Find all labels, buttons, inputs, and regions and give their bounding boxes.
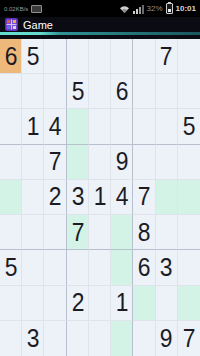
cell-r6c8[interactable] [156,215,178,250]
cell-r1c9[interactable] [178,39,200,74]
cell-r8c4[interactable]: 2 [67,286,89,321]
cell-digit: 6 [116,76,128,107]
cell-r2c9[interactable] [178,74,200,109]
screen-icon [31,5,42,13]
cell-r8c2[interactable] [22,286,44,321]
cell-r9c9[interactable]: 7 [178,321,200,356]
cell-r9c7[interactable] [133,321,155,356]
cell-r5c4[interactable]: 3 [67,180,89,215]
cell-r7c1[interactable]: 5 [0,250,22,285]
page-title: Game [23,19,53,31]
cell-r7c6[interactable] [111,250,133,285]
cell-digit: 7 [160,41,172,72]
cell-digit: 7 [71,217,83,248]
signal-icon [133,4,144,14]
cell-r2c7[interactable] [133,74,155,109]
cell-digit: 3 [27,323,39,354]
cell-r9c8[interactable]: 9 [156,321,178,356]
clock-label: 10:01 [176,4,196,13]
cell-digit: 9 [116,146,128,177]
cell-digit: 5 [183,111,195,142]
cell-r3c7[interactable] [133,109,155,144]
cell-r8c7[interactable] [133,286,155,321]
cell-digit: 7 [49,146,61,177]
cell-r3c6[interactable] [111,109,133,144]
cell-r4c4[interactable] [67,145,89,180]
cell-r3c1[interactable] [0,109,22,144]
cell-digit: 4 [49,111,61,142]
cell-r2c3[interactable] [44,74,66,109]
cell-r2c4[interactable]: 5 [67,74,89,109]
cell-r9c1[interactable] [0,321,22,356]
cell-r5c3[interactable]: 2 [44,180,66,215]
cell-r3c8[interactable] [156,109,178,144]
cell-digit: 6 [138,252,150,283]
cell-r3c9[interactable]: 5 [178,109,200,144]
cell-r6c6[interactable] [111,215,133,250]
cell-r1c8[interactable]: 7 [156,39,178,74]
cell-r7c8[interactable]: 3 [156,250,178,285]
cell-digit: 6 [5,41,17,72]
cell-r6c9[interactable] [178,215,200,250]
cell-r4c6[interactable]: 9 [111,145,133,180]
battery-icon [166,3,173,14]
cell-r1c1[interactable]: 6 [0,39,22,74]
cell-r9c5[interactable] [89,321,111,356]
app-icon [5,18,18,31]
cell-r5c2[interactable] [22,180,44,215]
cell-r3c4[interactable] [67,109,89,144]
cell-r5c1[interactable] [0,180,22,215]
cell-r4c5[interactable] [89,145,111,180]
cell-r8c9[interactable] [178,286,200,321]
cell-r5c7[interactable]: 7 [133,180,155,215]
cell-r6c4[interactable]: 7 [67,215,89,250]
cell-r4c9[interactable] [178,145,200,180]
cell-r1c4[interactable] [67,39,89,74]
cell-r2c1[interactable] [0,74,22,109]
app-screen: 0.02KB/s 32% 10:01 [0,0,200,356]
cell-r5c8[interactable] [156,180,178,215]
cell-digit: 7 [138,181,150,212]
cell-r4c7[interactable] [133,145,155,180]
cell-r5c9[interactable] [178,180,200,215]
cell-r3c5[interactable] [89,109,111,144]
cell-r1c6[interactable] [111,39,133,74]
cell-r4c1[interactable] [0,145,22,180]
cell-digit: 7 [183,323,195,354]
cell-digit: 4 [116,181,128,212]
cell-digit: 8 [138,217,150,248]
cell-r4c8[interactable] [156,145,178,180]
cell-digit: 5 [71,76,83,107]
cell-digit: 5 [5,252,17,283]
cell-r7c9[interactable] [178,250,200,285]
cell-r2c6[interactable]: 6 [111,74,133,109]
cell-r4c3[interactable]: 7 [44,145,66,180]
cell-r5c5[interactable]: 1 [89,180,111,215]
cell-digit: 2 [71,287,83,318]
cell-r2c2[interactable] [22,74,44,109]
cell-digit: 1 [116,287,128,318]
cell-r6c7[interactable]: 8 [133,215,155,250]
cell-r9c3[interactable] [44,321,66,356]
cell-r2c8[interactable] [156,74,178,109]
cell-r8c1[interactable] [0,286,22,321]
cell-r7c5[interactable] [89,250,111,285]
cell-r8c5[interactable] [89,286,111,321]
wifi-icon [119,4,130,14]
sudoku-board: 6575614579231477856321397 [0,39,200,356]
battery-percent-label: 32% [147,4,163,13]
network-speed-label: 0.02KB/s [4,6,28,12]
cell-r6c1[interactable] [0,215,22,250]
cell-r8c8[interactable] [156,286,178,321]
cell-r5c6[interactable]: 4 [111,180,133,215]
cell-r7c2[interactable] [22,250,44,285]
cell-r4c2[interactable] [22,145,44,180]
cell-digit: 1 [94,181,106,212]
cell-r9c2[interactable]: 3 [22,321,44,356]
cell-digit: 3 [160,252,172,283]
cell-r9c6[interactable] [111,321,133,356]
action-bar: Game [0,17,200,32]
cell-r8c6[interactable]: 1 [111,286,133,321]
status-bar: 0.02KB/s 32% 10:01 [0,0,200,17]
cell-digit: 3 [71,181,83,212]
cell-digit: 1 [27,111,39,142]
cell-digit: 5 [27,41,39,72]
cell-r1c7[interactable] [133,39,155,74]
cell-r7c3[interactable] [44,250,66,285]
cell-r3c3[interactable]: 4 [44,109,66,144]
cell-r8c3[interactable] [44,286,66,321]
cell-r1c3[interactable] [44,39,66,74]
cell-r7c4[interactable] [67,250,89,285]
cell-r9c4[interactable] [67,321,89,356]
cell-r6c2[interactable] [22,215,44,250]
cell-r6c3[interactable] [44,215,66,250]
cell-r1c5[interactable] [89,39,111,74]
cell-r7c7[interactable]: 6 [133,250,155,285]
cell-digit: 2 [49,181,61,212]
cell-r3c2[interactable]: 1 [22,109,44,144]
cell-r1c2[interactable]: 5 [22,39,44,74]
cell-digit: 9 [160,323,172,354]
cell-r2c5[interactable] [89,74,111,109]
cell-r6c5[interactable] [89,215,111,250]
